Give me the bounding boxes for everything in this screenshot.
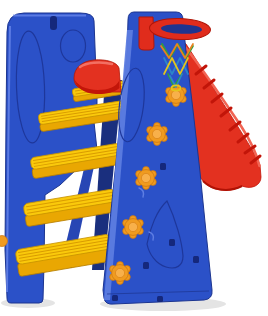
side-bolt [0, 236, 8, 247]
product-photo [0, 0, 268, 316]
hoop-bracket [139, 17, 154, 50]
right-panel [103, 12, 212, 304]
left-panel-slot [50, 16, 57, 30]
playset-illustration [0, 0, 268, 316]
slide-entry-hump [74, 60, 121, 94]
